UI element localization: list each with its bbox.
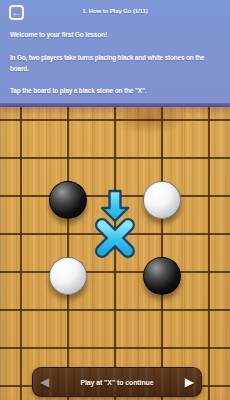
- black-stone: [49, 181, 87, 219]
- lesson-text-line3: Tap the board to play a black stone on t…: [10, 87, 222, 94]
- black-stone: [143, 257, 181, 295]
- back-arrow-icon: ←: [12, 8, 22, 18]
- grid-vertical-line: [161, 107, 163, 400]
- white-stone: [143, 181, 181, 219]
- go-board[interactable]: [0, 107, 230, 400]
- grid-horizontal-line: [0, 119, 230, 121]
- grid-vertical-line: [20, 107, 22, 400]
- grid-horizontal-line: [0, 157, 230, 159]
- grid-vertical-line: [67, 107, 69, 400]
- grid-horizontal-line: [0, 271, 230, 273]
- lesson-title: 1. How to Play Go (1/11): [30, 8, 200, 14]
- next-step-button[interactable]: ▶: [185, 376, 194, 388]
- lesson-text-line1: Welcome to your first Go lesson!: [10, 31, 222, 38]
- footer-instruction: Play at "X" to continue: [49, 379, 185, 386]
- grid-horizontal-line: [0, 309, 230, 311]
- grid-vertical-line: [208, 107, 210, 400]
- previous-step-button[interactable]: ◀: [40, 376, 49, 388]
- grid-horizontal-line: [0, 347, 230, 349]
- go-tutorial-app: ← 1. How to Play Go (1/11) Welcome to yo…: [0, 0, 230, 400]
- white-stone: [49, 257, 87, 295]
- footer-bar: ◀ Play at "X" to continue ▶: [32, 367, 202, 397]
- down-arrow-icon: [102, 191, 128, 221]
- back-button[interactable]: ←: [9, 5, 24, 20]
- target-x-marker[interactable]: [93, 189, 137, 260]
- lesson-text-line2: In Go, two players take turns placing bl…: [10, 53, 222, 74]
